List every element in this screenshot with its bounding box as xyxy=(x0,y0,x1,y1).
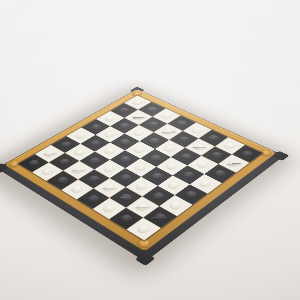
white-rook-icon: ♜ xyxy=(123,189,163,233)
piece-black-pawn[interactable]: ♟ xyxy=(223,163,245,164)
piece-white-rook[interactable]: ♜ xyxy=(132,228,156,229)
photo-background: ♜♞♝♛♚♝♞♜♟♟♟♟♟♟♟♟♟♟♟♟♟♟♟♟♜♞♝♛♚♝♞♜ xyxy=(0,0,300,300)
board-grid: ♜♞♝♛♚♝♞♜♟♟♟♟♟♟♟♟♟♟♟♟♟♟♟♟♜♞♝♛♚♝♞♜ xyxy=(18,95,262,240)
square-h1[interactable]: ♜ xyxy=(126,218,160,241)
chessboard: ♜♞♝♛♚♝♞♜♟♟♟♟♟♟♟♟♟♟♟♟♟♟♟♟♜♞♝♛♚♝♞♜ xyxy=(4,89,277,252)
black-pawn-icon: ♟ xyxy=(222,142,245,167)
scene: ♜♞♝♛♚♝♞♜♟♟♟♟♟♟♟♟♟♟♟♟♟♟♟♟♜♞♝♛♚♝♞♜ xyxy=(0,0,300,300)
base-foot xyxy=(135,252,155,266)
board-frame: ♜♞♝♛♚♝♞♜♟♟♟♟♟♟♟♟♟♟♟♟♟♟♟♟♜♞♝♛♚♝♞♜ xyxy=(4,89,277,252)
